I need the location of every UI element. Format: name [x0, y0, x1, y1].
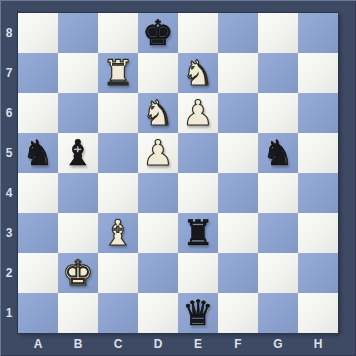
- square-g4[interactable]: [258, 173, 298, 213]
- square-e2[interactable]: [178, 253, 218, 293]
- piece-black-king[interactable]: ♚: [138, 13, 178, 53]
- square-a4[interactable]: [18, 173, 58, 213]
- square-b3[interactable]: [58, 213, 98, 253]
- piece-white-rook[interactable]: ♜: [98, 53, 138, 93]
- square-g8[interactable]: [258, 13, 298, 53]
- square-d1[interactable]: [138, 293, 178, 333]
- square-h8[interactable]: [298, 13, 338, 53]
- piece-white-knight[interactable]: ♞: [138, 93, 178, 133]
- square-f8[interactable]: [218, 13, 258, 53]
- square-a3[interactable]: [18, 213, 58, 253]
- square-e6[interactable]: ♟: [178, 93, 218, 133]
- square-e8[interactable]: [178, 13, 218, 53]
- rank-label-5: 5: [0, 133, 18, 173]
- square-c2[interactable]: [98, 253, 138, 293]
- square-h1[interactable]: [298, 293, 338, 333]
- square-c1[interactable]: [98, 293, 138, 333]
- rank-label-2: 2: [0, 253, 18, 293]
- file-labels: ABCDEFGH: [18, 333, 338, 356]
- square-a6[interactable]: [18, 93, 58, 133]
- piece-white-pawn[interactable]: ♟: [138, 133, 178, 173]
- square-e4[interactable]: [178, 173, 218, 213]
- square-g3[interactable]: [258, 213, 298, 253]
- rank-labels: 87654321: [0, 13, 18, 333]
- square-f5[interactable]: [218, 133, 258, 173]
- piece-black-knight[interactable]: ♞: [18, 133, 58, 173]
- square-a7[interactable]: [18, 53, 58, 93]
- square-a5[interactable]: ♞: [18, 133, 58, 173]
- rank-label-8: 8: [0, 13, 18, 53]
- rank-label-1: 1: [0, 293, 18, 333]
- file-label-d: D: [138, 333, 178, 356]
- square-c5[interactable]: [98, 133, 138, 173]
- chess-board: ♚♜♞♞♟♞♝♟♞♝♜♚♛: [18, 13, 338, 333]
- piece-black-queen[interactable]: ♛: [178, 293, 218, 333]
- square-f7[interactable]: [218, 53, 258, 93]
- square-d2[interactable]: [138, 253, 178, 293]
- square-h7[interactable]: [298, 53, 338, 93]
- square-g7[interactable]: [258, 53, 298, 93]
- square-e3[interactable]: ♜: [178, 213, 218, 253]
- square-f1[interactable]: [218, 293, 258, 333]
- piece-black-rook[interactable]: ♜: [178, 213, 218, 253]
- piece-white-knight[interactable]: ♞: [178, 53, 218, 93]
- piece-black-knight[interactable]: ♞: [258, 133, 298, 173]
- square-d3[interactable]: [138, 213, 178, 253]
- square-e1[interactable]: ♛: [178, 293, 218, 333]
- square-h6[interactable]: [298, 93, 338, 133]
- square-b8[interactable]: [58, 13, 98, 53]
- chess-board-frame: 87654321 ♚♜♞♞♟♞♝♟♞♝♜♚♛ ABCDEFGH: [0, 0, 356, 356]
- square-f4[interactable]: [218, 173, 258, 213]
- piece-white-bishop[interactable]: ♝: [98, 213, 138, 253]
- square-b5[interactable]: ♝: [58, 133, 98, 173]
- file-label-h: H: [298, 333, 338, 356]
- file-label-a: A: [18, 333, 58, 356]
- square-d5[interactable]: ♟: [138, 133, 178, 173]
- piece-black-bishop[interactable]: ♝: [58, 133, 98, 173]
- piece-white-king[interactable]: ♚: [58, 253, 98, 293]
- square-c7[interactable]: ♜: [98, 53, 138, 93]
- square-f3[interactable]: [218, 213, 258, 253]
- rank-label-3: 3: [0, 213, 18, 253]
- square-e5[interactable]: [178, 133, 218, 173]
- file-label-g: G: [258, 333, 298, 356]
- square-g2[interactable]: [258, 253, 298, 293]
- square-f6[interactable]: [218, 93, 258, 133]
- rank-label-6: 6: [0, 93, 18, 133]
- rank-label-4: 4: [0, 173, 18, 213]
- square-g1[interactable]: [258, 293, 298, 333]
- square-a1[interactable]: [18, 293, 58, 333]
- square-e7[interactable]: ♞: [178, 53, 218, 93]
- square-h2[interactable]: [298, 253, 338, 293]
- square-f2[interactable]: [218, 253, 258, 293]
- square-h3[interactable]: [298, 213, 338, 253]
- square-b2[interactable]: ♚: [58, 253, 98, 293]
- square-d4[interactable]: [138, 173, 178, 213]
- square-a2[interactable]: [18, 253, 58, 293]
- square-h5[interactable]: [298, 133, 338, 173]
- square-c8[interactable]: [98, 13, 138, 53]
- square-d8[interactable]: ♚: [138, 13, 178, 53]
- square-h4[interactable]: [298, 173, 338, 213]
- square-g6[interactable]: [258, 93, 298, 133]
- file-label-c: C: [98, 333, 138, 356]
- file-label-b: B: [58, 333, 98, 356]
- square-g5[interactable]: ♞: [258, 133, 298, 173]
- rank-label-7: 7: [0, 53, 18, 93]
- square-a8[interactable]: [18, 13, 58, 53]
- square-b6[interactable]: [58, 93, 98, 133]
- square-c4[interactable]: [98, 173, 138, 213]
- square-b4[interactable]: [58, 173, 98, 213]
- piece-white-pawn[interactable]: ♟: [178, 93, 218, 133]
- square-b1[interactable]: [58, 293, 98, 333]
- file-label-e: E: [178, 333, 218, 356]
- square-c3[interactable]: ♝: [98, 213, 138, 253]
- square-b7[interactable]: [58, 53, 98, 93]
- square-d6[interactable]: ♞: [138, 93, 178, 133]
- square-c6[interactable]: [98, 93, 138, 133]
- file-label-f: F: [218, 333, 258, 356]
- square-d7[interactable]: [138, 53, 178, 93]
